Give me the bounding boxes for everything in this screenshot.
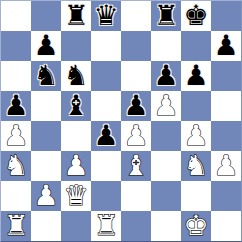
- square-h5[interactable]: [211, 91, 241, 121]
- square-d4[interactable]: ♟: [91, 121, 121, 151]
- black-rook[interactable]: ♜: [63, 1, 88, 31]
- square-b1[interactable]: [31, 211, 61, 241]
- chess-board: ♜♛♜♚♟♟♞♞♟♟♟♝♟♟♟♟♟♟♞♟♝♞♟♟♛♜♜♚: [1, 1, 241, 241]
- white-pawn[interactable]: ♟: [183, 121, 208, 151]
- square-c7[interactable]: [61, 31, 91, 61]
- square-e7[interactable]: [121, 31, 151, 61]
- square-g7[interactable]: [181, 31, 211, 61]
- black-pawn[interactable]: ♟: [93, 121, 118, 151]
- square-f5[interactable]: ♟: [151, 91, 181, 121]
- square-f6[interactable]: ♟: [151, 61, 181, 91]
- square-a5[interactable]: ♟: [1, 91, 31, 121]
- square-b4[interactable]: [31, 121, 61, 151]
- square-c6[interactable]: ♞: [61, 61, 91, 91]
- black-knight[interactable]: ♞: [63, 61, 88, 91]
- square-d8[interactable]: ♛: [91, 1, 121, 31]
- square-f8[interactable]: ♜: [151, 1, 181, 31]
- square-b3[interactable]: [31, 151, 61, 181]
- square-e4[interactable]: ♟: [121, 121, 151, 151]
- square-g1[interactable]: ♚: [181, 211, 211, 241]
- square-a7[interactable]: [1, 31, 31, 61]
- square-d6[interactable]: [91, 61, 121, 91]
- square-a1[interactable]: ♜: [1, 211, 31, 241]
- square-c4[interactable]: [61, 121, 91, 151]
- square-b8[interactable]: [31, 1, 61, 31]
- white-rook[interactable]: ♜: [3, 211, 28, 241]
- square-g3[interactable]: ♞: [181, 151, 211, 181]
- black-pawn[interactable]: ♟: [213, 31, 238, 61]
- square-f3[interactable]: [151, 151, 181, 181]
- square-a4[interactable]: ♟: [1, 121, 31, 151]
- square-b7[interactable]: ♟: [31, 31, 61, 61]
- square-g5[interactable]: [181, 91, 211, 121]
- square-e6[interactable]: [121, 61, 151, 91]
- square-f2[interactable]: [151, 181, 181, 211]
- white-knight[interactable]: ♞: [3, 151, 28, 181]
- square-c3[interactable]: ♟: [61, 151, 91, 181]
- square-d3[interactable]: [91, 151, 121, 181]
- square-c5[interactable]: ♝: [61, 91, 91, 121]
- white-pawn[interactable]: ♟: [213, 151, 238, 181]
- square-h6[interactable]: [211, 61, 241, 91]
- square-b6[interactable]: ♞: [31, 61, 61, 91]
- white-king[interactable]: ♚: [183, 211, 208, 241]
- square-a8[interactable]: [1, 1, 31, 31]
- square-e1[interactable]: [121, 211, 151, 241]
- black-rook[interactable]: ♜: [153, 1, 178, 31]
- square-d5[interactable]: [91, 91, 121, 121]
- square-d7[interactable]: [91, 31, 121, 61]
- black-bishop[interactable]: ♝: [63, 91, 88, 121]
- square-g8[interactable]: ♚: [181, 1, 211, 31]
- square-c1[interactable]: [61, 211, 91, 241]
- black-pawn[interactable]: ♟: [183, 61, 208, 91]
- square-a2[interactable]: [1, 181, 31, 211]
- square-f1[interactable]: [151, 211, 181, 241]
- square-e8[interactable]: [121, 1, 151, 31]
- square-g6[interactable]: ♟: [181, 61, 211, 91]
- black-king[interactable]: ♚: [183, 1, 208, 31]
- square-h7[interactable]: ♟: [211, 31, 241, 61]
- square-e2[interactable]: [121, 181, 151, 211]
- black-pawn[interactable]: ♟: [3, 91, 28, 121]
- square-g2[interactable]: [181, 181, 211, 211]
- square-c2[interactable]: ♛: [61, 181, 91, 211]
- white-knight[interactable]: ♞: [183, 151, 208, 181]
- square-b2[interactable]: ♟: [31, 181, 61, 211]
- square-b5[interactable]: [31, 91, 61, 121]
- white-rook[interactable]: ♜: [93, 211, 118, 241]
- square-d1[interactable]: ♜: [91, 211, 121, 241]
- white-queen[interactable]: ♛: [63, 181, 88, 211]
- square-h3[interactable]: ♟: [211, 151, 241, 181]
- black-pawn[interactable]: ♟: [153, 61, 178, 91]
- white-pawn[interactable]: ♟: [33, 181, 58, 211]
- black-queen[interactable]: ♛: [93, 1, 118, 31]
- white-pawn[interactable]: ♟: [3, 121, 28, 151]
- square-f7[interactable]: [151, 31, 181, 61]
- square-a3[interactable]: ♞: [1, 151, 31, 181]
- square-f4[interactable]: [151, 121, 181, 151]
- square-c8[interactable]: ♜: [61, 1, 91, 31]
- square-h8[interactable]: [211, 1, 241, 31]
- black-pawn[interactable]: ♟: [123, 91, 148, 121]
- white-pawn[interactable]: ♟: [123, 121, 148, 151]
- chess-board-frame: ♜♛♜♚♟♟♞♞♟♟♟♝♟♟♟♟♟♟♞♟♝♞♟♟♛♜♜♚: [0, 0, 242, 242]
- black-knight[interactable]: ♞: [33, 61, 58, 91]
- square-e5[interactable]: ♟: [121, 91, 151, 121]
- white-pawn[interactable]: ♟: [153, 91, 178, 121]
- square-g4[interactable]: ♟: [181, 121, 211, 151]
- square-h4[interactable]: [211, 121, 241, 151]
- square-a6[interactable]: [1, 61, 31, 91]
- white-bishop[interactable]: ♝: [123, 151, 148, 181]
- square-d2[interactable]: [91, 181, 121, 211]
- square-h2[interactable]: [211, 181, 241, 211]
- black-pawn[interactable]: ♟: [33, 31, 58, 61]
- square-h1[interactable]: [211, 211, 241, 241]
- white-pawn[interactable]: ♟: [63, 151, 88, 181]
- square-e3[interactable]: ♝: [121, 151, 151, 181]
